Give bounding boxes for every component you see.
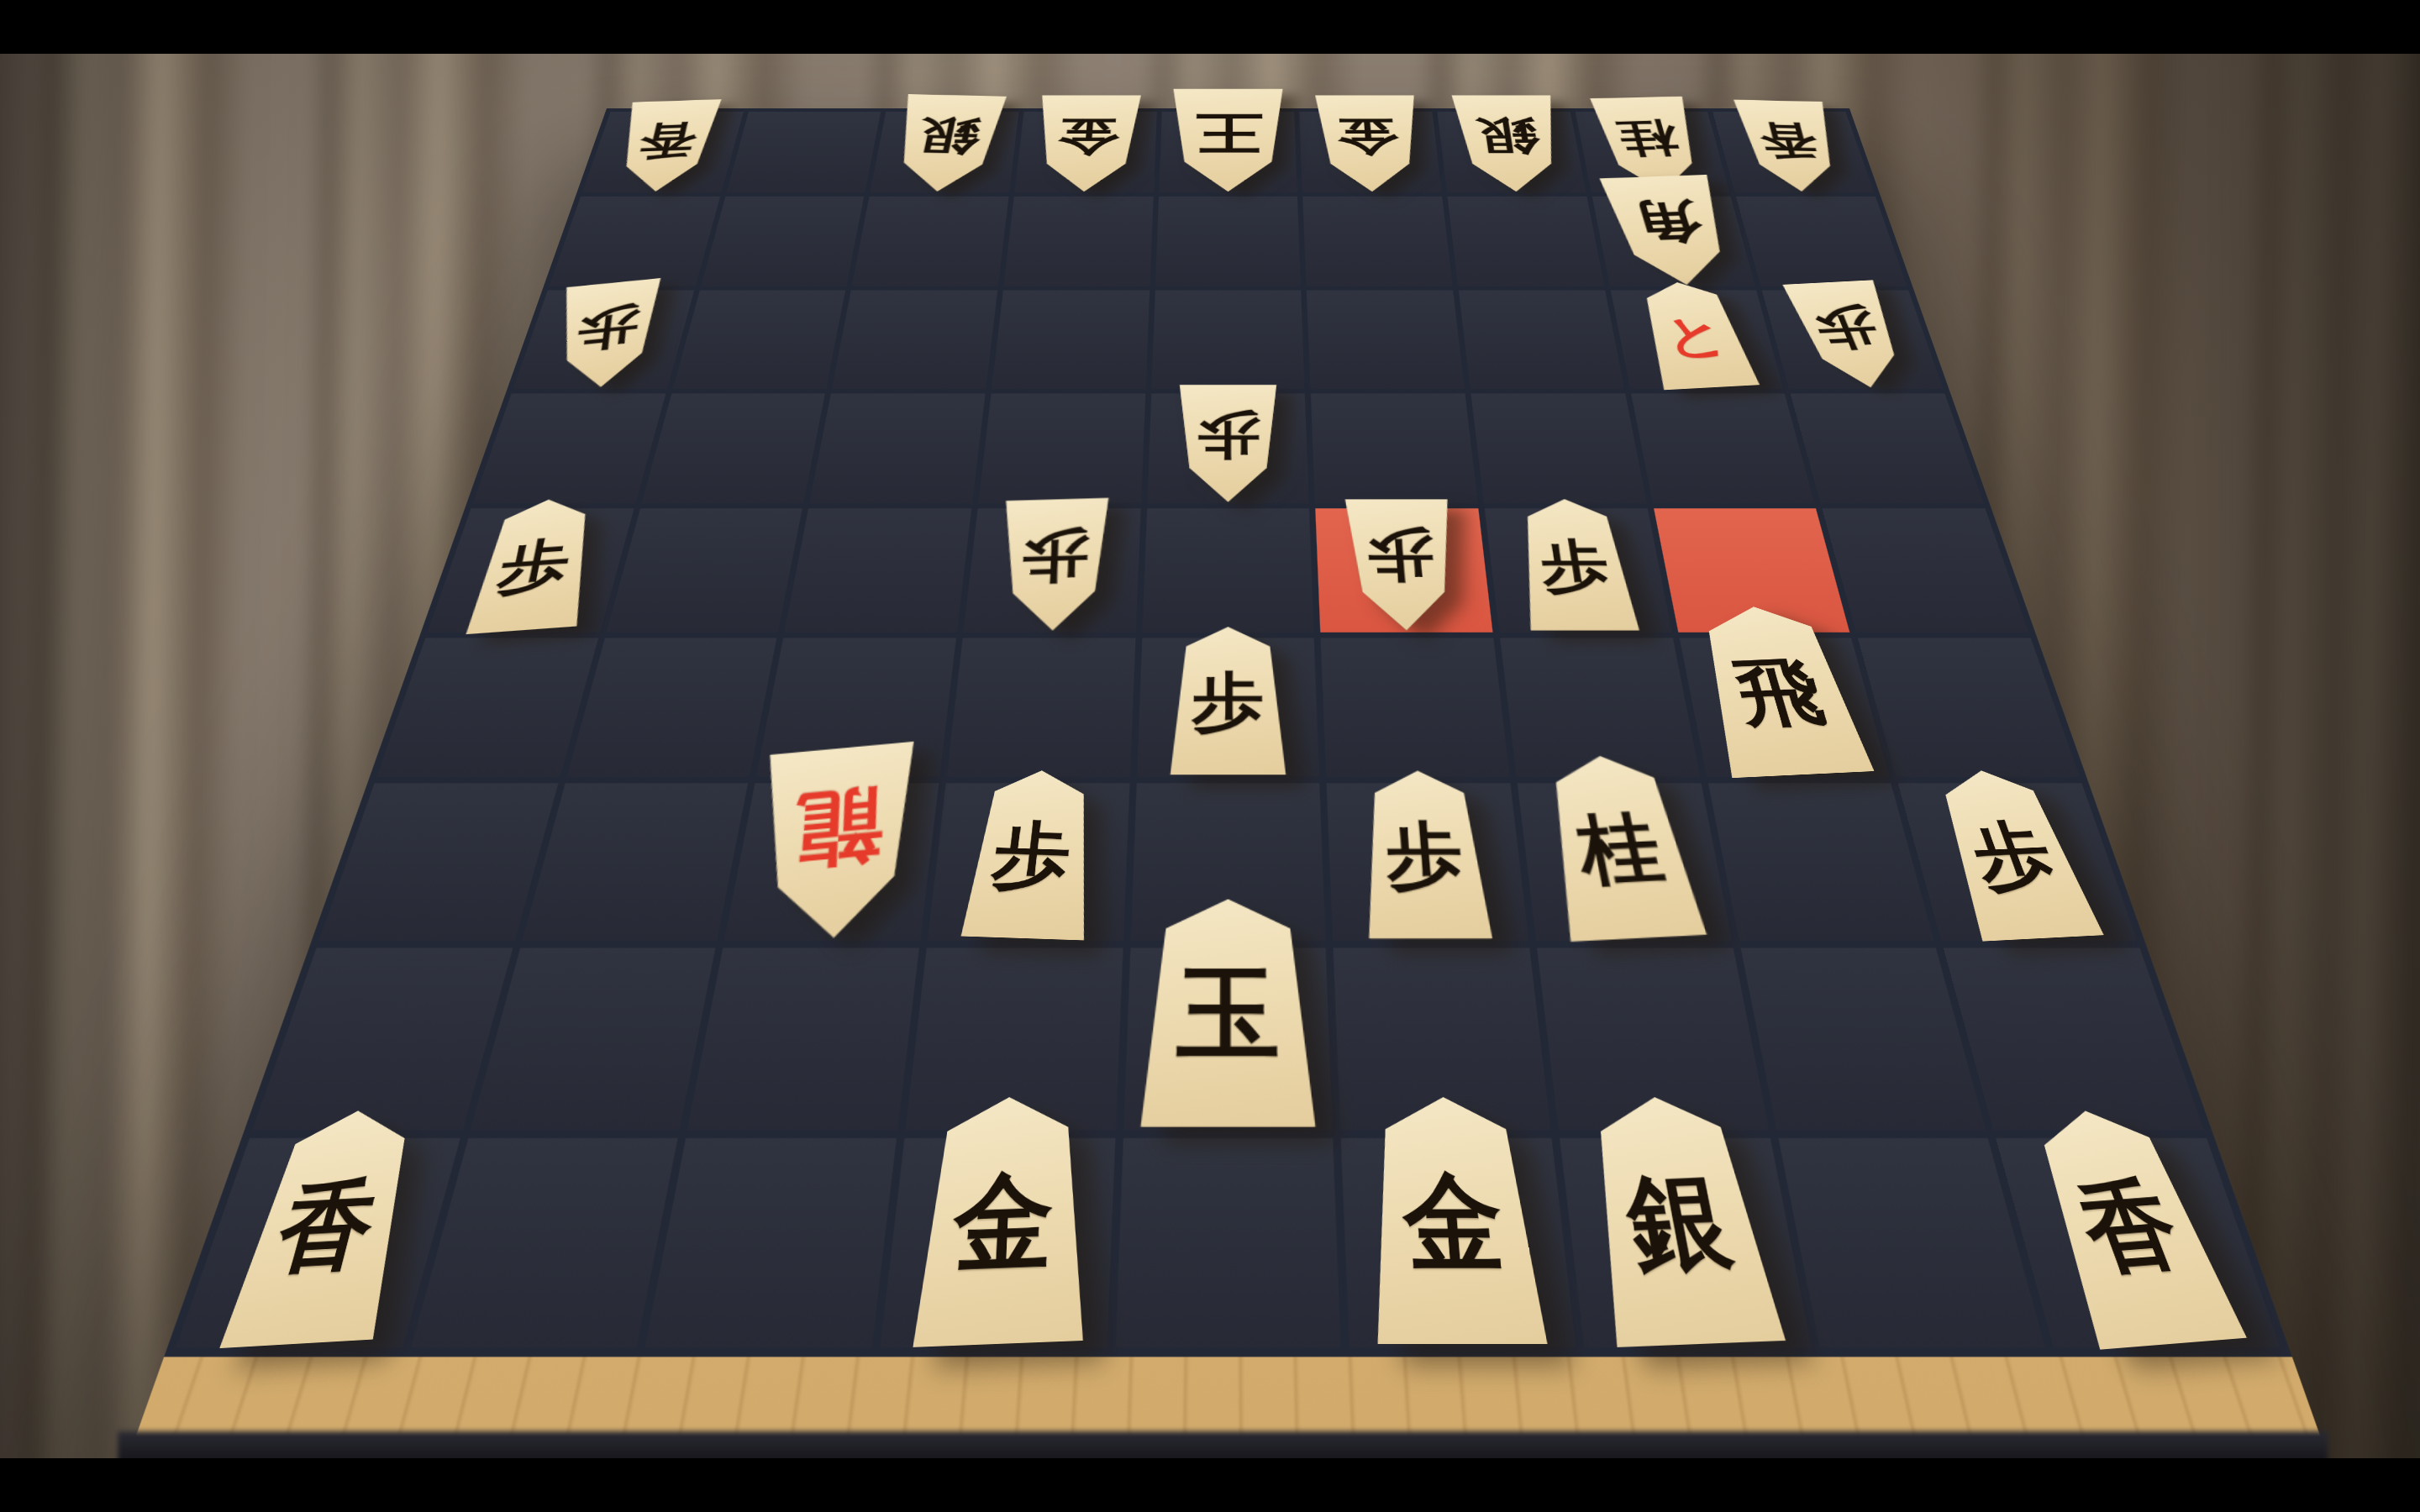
piece-glyph: 歩 bbox=[1808, 304, 1886, 352]
board-cell-4b[interactable] bbox=[1303, 197, 1453, 286]
piece-glyph: 香 bbox=[2068, 1176, 2193, 1280]
board-cell-8f[interactable] bbox=[566, 638, 777, 777]
letterbox-bottom bbox=[0, 1458, 2420, 1512]
sente-pawn-5f[interactable]: 歩 bbox=[1166, 627, 1289, 774]
board-cell-6b[interactable] bbox=[1003, 197, 1153, 286]
piece-glyph: 歩 bbox=[494, 535, 575, 596]
board-cell-8c[interactable] bbox=[672, 290, 845, 389]
piece-glyph: 歩 bbox=[574, 302, 641, 353]
piece-glyph: 歩 bbox=[1365, 528, 1438, 583]
piece-face: 歩 bbox=[1356, 771, 1497, 939]
board-cell-9d[interactable] bbox=[473, 393, 665, 503]
board-cell-5b[interactable] bbox=[1155, 197, 1302, 286]
sente-gold-4i[interactable]: 金 bbox=[1360, 1097, 1553, 1344]
piece-glyph: 桂 bbox=[1613, 118, 1682, 159]
piece-glyph: 香 bbox=[634, 120, 700, 160]
sente-king-5h[interactable]: 玉 bbox=[1135, 899, 1321, 1126]
board-cell-3c[interactable] bbox=[1459, 290, 1624, 389]
piece-glyph: 歩 bbox=[1384, 820, 1466, 891]
sente-gold-6i[interactable]: 金 bbox=[907, 1095, 1092, 1347]
piece-glyph: 金 bbox=[1055, 116, 1120, 157]
piece-glyph: 銀 bbox=[913, 116, 983, 158]
sente-pawn-4g[interactable]: 歩 bbox=[1356, 771, 1497, 939]
board-cell-1e[interactable] bbox=[1823, 509, 2028, 633]
piece-face: 歩 bbox=[995, 497, 1112, 632]
gote-silver-3a[interactable]: 銀 bbox=[1449, 96, 1572, 192]
piece-face: 銀 bbox=[882, 94, 1010, 193]
piece-face: 歩 bbox=[957, 769, 1103, 941]
piece-face: 金 bbox=[1312, 96, 1428, 192]
piece-glyph: 金 bbox=[1400, 1168, 1507, 1274]
board-cell-5e[interactable] bbox=[1142, 509, 1314, 633]
board-cell-8e[interactable] bbox=[606, 509, 802, 633]
piece-glyph: 歩 bbox=[1537, 538, 1613, 594]
piece-glyph: 金 bbox=[950, 1167, 1055, 1277]
piece-glyph: 龍 bbox=[792, 785, 884, 874]
gote-silver-7a[interactable]: 銀 bbox=[882, 94, 1010, 193]
board-cell-7c[interactable] bbox=[832, 290, 997, 389]
board-cell-1d[interactable] bbox=[1791, 393, 1983, 503]
board-cell-8a[interactable] bbox=[726, 112, 881, 193]
board-cell-5i[interactable] bbox=[1115, 1137, 1341, 1347]
piece-glyph: 王 bbox=[1193, 110, 1262, 155]
piece-glyph: 歩 bbox=[1963, 818, 2065, 894]
piece-face: 歩 bbox=[1166, 627, 1289, 774]
board-cell-8h[interactable] bbox=[471, 948, 716, 1130]
gote-gold-6a[interactable]: 金 bbox=[1028, 96, 1144, 192]
piece-glyph: と bbox=[1657, 312, 1733, 360]
piece-face: 歩 bbox=[1342, 499, 1465, 630]
piece-glyph: 桂 bbox=[1572, 809, 1669, 889]
piece-glyph: 香 bbox=[266, 1177, 385, 1279]
board-cell-1b[interactable] bbox=[1736, 197, 1907, 286]
board-cell-4c[interactable] bbox=[1307, 290, 1465, 389]
piece-glyph: 銀 bbox=[1474, 116, 1542, 157]
piece-face: 銀 bbox=[1449, 96, 1572, 192]
gote-king-5a[interactable]: 王 bbox=[1166, 89, 1290, 192]
board-cell-7e[interactable] bbox=[785, 509, 971, 633]
gote-pawn-4e[interactable]: 歩 bbox=[1342, 499, 1465, 630]
board-cell-4d[interactable] bbox=[1311, 393, 1478, 503]
piece-glyph: 角 bbox=[1628, 198, 1707, 247]
board-cell-7i[interactable] bbox=[645, 1137, 897, 1347]
piece-face: 金 bbox=[907, 1095, 1092, 1347]
piece-glyph: 歩 bbox=[989, 819, 1074, 893]
letterbox-top bbox=[0, 0, 2420, 54]
board-cell-2d[interactable] bbox=[1631, 393, 1815, 503]
board-cell-6c[interactable] bbox=[992, 290, 1149, 389]
board-cell-7h[interactable] bbox=[688, 948, 919, 1130]
board-cell-3b[interactable] bbox=[1448, 197, 1604, 286]
piece-face: 金 bbox=[1028, 96, 1144, 192]
board-cell-7b[interactable] bbox=[852, 197, 1008, 286]
board-cell-6f[interactable] bbox=[947, 638, 1136, 777]
piece-glyph: 玉 bbox=[1176, 963, 1281, 1065]
board-cell-7d[interactable] bbox=[810, 393, 986, 503]
piece-face: 歩 bbox=[1174, 385, 1283, 502]
piece-face: 龍 bbox=[751, 742, 918, 947]
board-cell-8d[interactable] bbox=[641, 393, 825, 503]
gote-pawn-6e[interactable]: 歩 bbox=[995, 497, 1112, 632]
board-cell-2g[interactable] bbox=[1707, 783, 1934, 941]
board-cell-3d[interactable] bbox=[1470, 393, 1646, 503]
shogi-app-scene: 香銀金王金銀桂香角歩と歩歩歩歩歩歩歩飛龍歩歩桂歩玉香金金銀香 bbox=[0, 0, 2420, 1512]
gote-pawn-9c[interactable]: 歩 bbox=[548, 278, 664, 393]
piece-glyph: 歩 bbox=[1192, 670, 1265, 733]
sente-pawn-6g[interactable]: 歩 bbox=[957, 769, 1103, 941]
board-cell-4f[interactable] bbox=[1321, 638, 1510, 777]
piece-glyph: 銀 bbox=[1620, 1167, 1739, 1277]
piece-face: 金 bbox=[1360, 1097, 1553, 1344]
piece-glyph: 歩 bbox=[1020, 527, 1090, 584]
piece-glyph: 金 bbox=[1336, 116, 1401, 157]
board-cell-6d[interactable] bbox=[978, 393, 1145, 503]
piece-face: 王 bbox=[1166, 89, 1290, 192]
gote-gold-4a[interactable]: 金 bbox=[1312, 96, 1428, 192]
gote-pawn-5d[interactable]: 歩 bbox=[1174, 385, 1283, 502]
gote-promoted-dragon-7g[interactable]: 龍 bbox=[751, 742, 918, 947]
piece-face: 歩 bbox=[548, 278, 664, 393]
board-cell-5c[interactable] bbox=[1151, 290, 1305, 389]
piece-glyph: 歩 bbox=[1196, 411, 1260, 460]
piece-face: 玉 bbox=[1135, 899, 1321, 1126]
board-cell-2h[interactable] bbox=[1740, 948, 1986, 1130]
piece-glyph: 香 bbox=[1755, 121, 1822, 160]
piece-glyph: 飛 bbox=[1728, 654, 1831, 731]
board-cell-8b[interactable] bbox=[701, 197, 865, 286]
board-cell-8g[interactable] bbox=[522, 783, 749, 941]
board-cell-9b[interactable] bbox=[550, 197, 720, 286]
